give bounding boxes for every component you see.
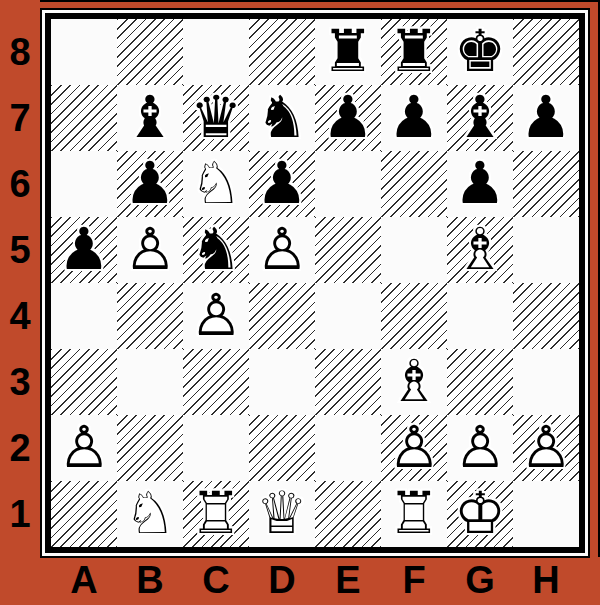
board-frame: ♜♜♜♜♚♚♝♝♛♛♞♞♟♟♟♟♝♝♟♟♟♟♞♘♟♟♟♟♟♟♟♙♞♞♟♙♝♗♟♙… [45,13,585,553]
square-e3[interactable] [315,349,381,415]
square-a4[interactable] [51,283,117,349]
square-c1[interactable]: ♜♖ [183,481,249,547]
diagram-sheet: ♜♜♜♜♚♚♝♝♛♛♞♞♟♟♟♟♝♝♟♟♟♟♞♘♟♟♟♟♟♟♟♙♞♞♟♙♝♗♟♙… [40,8,590,558]
square-d8[interactable] [249,19,315,85]
rank-label-5: 5 [0,217,40,283]
square-h1[interactable] [513,481,579,547]
piece-glyph: ♝ [447,85,513,151]
square-f4[interactable] [381,283,447,349]
piece-white-rook-f1: ♜♖ [381,481,447,547]
piece-black-pawn-e7: ♟♟ [315,85,381,151]
piece-glyph: ♟ [249,151,315,217]
square-b6[interactable]: ♟♟ [117,151,183,217]
square-d5[interactable]: ♟♙ [249,217,315,283]
piece-white-bishop-f3: ♝♗ [381,349,447,415]
rank-label-7: 7 [0,85,40,151]
square-f7[interactable]: ♟♟ [381,85,447,151]
piece-glyph: ♘ [117,481,183,547]
square-d1[interactable]: ♛♕ [249,481,315,547]
piece-black-king-g8: ♚♚ [447,19,513,85]
piece-glyph: ♙ [447,415,513,481]
piece-glyph: ♚ [447,19,513,85]
piece-glyph: ♜ [315,19,381,85]
square-g5[interactable]: ♝♗ [447,217,513,283]
square-b1[interactable]: ♞♘ [117,481,183,547]
chess-board: ♜♜♜♜♚♚♝♝♛♛♞♞♟♟♟♟♝♝♟♟♟♟♞♘♟♟♟♟♟♟♟♙♞♞♟♙♝♗♟♙… [51,19,579,547]
square-a8[interactable] [51,19,117,85]
rank-label-2: 2 [0,415,40,481]
square-g1[interactable]: ♚♔ [447,481,513,547]
square-d4[interactable] [249,283,315,349]
piece-white-pawn-g2: ♟♙ [447,415,513,481]
piece-black-pawn-b6: ♟♟ [117,151,183,217]
square-h5[interactable] [513,217,579,283]
top-edge-line [40,0,600,2]
piece-black-rook-e8: ♜♜ [315,19,381,85]
piece-glyph: ♙ [117,217,183,283]
piece-glyph: ♖ [381,481,447,547]
piece-glyph: ♞ [249,85,315,151]
file-label-g: G [447,556,513,605]
piece-white-pawn-f2: ♟♙ [381,415,447,481]
rank-label-3: 3 [0,349,40,415]
piece-black-bishop-g7: ♝♝ [447,85,513,151]
piece-white-rook-c1: ♜♖ [183,481,249,547]
piece-glyph: ♔ [447,481,513,547]
square-f2[interactable]: ♟♙ [381,415,447,481]
piece-white-pawn-h2: ♟♙ [513,415,579,481]
file-label-e: E [315,556,381,605]
square-e4[interactable] [315,283,381,349]
square-h2[interactable]: ♟♙ [513,415,579,481]
square-d7[interactable]: ♞♞ [249,85,315,151]
square-f1[interactable]: ♜♖ [381,481,447,547]
piece-glyph: ♙ [513,415,579,481]
piece-glyph: ♝ [117,85,183,151]
square-b8[interactable] [117,19,183,85]
piece-black-pawn-h7: ♟♟ [513,85,579,151]
piece-glyph: ♜ [381,19,447,85]
square-b2[interactable] [117,415,183,481]
file-label-c: C [183,556,249,605]
square-h7[interactable]: ♟♟ [513,85,579,151]
piece-white-pawn-b5: ♟♙ [117,217,183,283]
chess-diagram-page: 87654321 ♜♜♜♜♚♚♝♝♛♛♞♞♟♟♟♟♝♝♟♟♟♟♞♘♟♟♟♟♟♟♟… [0,0,600,605]
piece-glyph: ♞ [183,217,249,283]
piece-black-bishop-b7: ♝♝ [117,85,183,151]
rank-labels: 87654321 [0,19,40,547]
piece-glyph: ♟ [51,217,117,283]
rank-label-6: 6 [0,151,40,217]
square-e5[interactable] [315,217,381,283]
piece-glyph: ♙ [381,415,447,481]
piece-glyph: ♟ [315,85,381,151]
square-e1[interactable] [315,481,381,547]
square-c4[interactable]: ♟♙ [183,283,249,349]
piece-glyph: ♟ [447,151,513,217]
piece-glyph: ♙ [51,415,117,481]
square-a2[interactable]: ♟♙ [51,415,117,481]
piece-white-pawn-d5: ♟♙ [249,217,315,283]
square-f6[interactable] [381,151,447,217]
square-g3[interactable] [447,349,513,415]
square-c3[interactable] [183,349,249,415]
square-e2[interactable] [315,415,381,481]
square-h6[interactable] [513,151,579,217]
square-h8[interactable] [513,19,579,85]
file-label-b: B [117,556,183,605]
file-labels: ABCDEFGH [51,556,579,605]
square-a1[interactable] [51,481,117,547]
square-g8[interactable]: ♚♚ [447,19,513,85]
square-e8[interactable]: ♜♜ [315,19,381,85]
square-e6[interactable] [315,151,381,217]
square-h3[interactable] [513,349,579,415]
piece-white-pawn-c4: ♟♙ [183,283,249,349]
piece-black-knight-c5: ♞♞ [183,217,249,283]
piece-glyph: ♗ [447,217,513,283]
piece-black-pawn-f7: ♟♟ [381,85,447,151]
file-label-f: F [381,556,447,605]
square-g2[interactable]: ♟♙ [447,415,513,481]
square-a7[interactable] [51,85,117,151]
file-label-d: D [249,556,315,605]
piece-glyph: ♟ [513,85,579,151]
square-b5[interactable]: ♟♙ [117,217,183,283]
square-c5[interactable]: ♞♞ [183,217,249,283]
piece-black-pawn-g6: ♟♟ [447,151,513,217]
square-a5[interactable]: ♟♟ [51,217,117,283]
piece-white-knight-c6: ♞♘ [183,151,249,217]
piece-black-knight-d7: ♞♞ [249,85,315,151]
square-f3[interactable]: ♝♗ [381,349,447,415]
piece-white-queen-d1: ♛♕ [249,481,315,547]
piece-white-knight-b1: ♞♘ [117,481,183,547]
square-c2[interactable] [183,415,249,481]
square-h4[interactable] [513,283,579,349]
square-d3[interactable] [249,349,315,415]
piece-glyph: ♛ [183,85,249,151]
square-g4[interactable] [447,283,513,349]
piece-glyph: ♘ [183,151,249,217]
square-e7[interactable]: ♟♟ [315,85,381,151]
square-f5[interactable] [381,217,447,283]
piece-white-pawn-a2: ♟♙ [51,415,117,481]
file-label-a: A [51,556,117,605]
piece-white-bishop-g5: ♝♗ [447,217,513,283]
piece-glyph: ♗ [381,349,447,415]
piece-black-pawn-d6: ♟♟ [249,151,315,217]
rank-label-4: 4 [0,283,40,349]
piece-glyph: ♟ [117,151,183,217]
piece-glyph: ♕ [249,481,315,547]
square-a6[interactable] [51,151,117,217]
square-g7[interactable]: ♝♝ [447,85,513,151]
piece-glyph: ♟ [381,85,447,151]
rank-label-1: 1 [0,481,40,547]
piece-black-rook-f8: ♜♜ [381,19,447,85]
piece-black-pawn-a5: ♟♟ [51,217,117,283]
file-label-h: H [513,556,579,605]
piece-glyph: ♙ [249,217,315,283]
square-d6[interactable]: ♟♟ [249,151,315,217]
square-b3[interactable] [117,349,183,415]
square-a3[interactable] [51,349,117,415]
piece-glyph: ♖ [183,481,249,547]
rank-label-8: 8 [0,19,40,85]
square-b7[interactable]: ♝♝ [117,85,183,151]
square-b4[interactable] [117,283,183,349]
square-d2[interactable] [249,415,315,481]
square-c8[interactable] [183,19,249,85]
square-c7[interactable]: ♛♛ [183,85,249,151]
square-g6[interactable]: ♟♟ [447,151,513,217]
piece-black-queen-c7: ♛♛ [183,85,249,151]
piece-white-king-g1: ♚♔ [447,481,513,547]
piece-glyph: ♙ [183,283,249,349]
square-f8[interactable]: ♜♜ [381,19,447,85]
square-c6[interactable]: ♞♘ [183,151,249,217]
